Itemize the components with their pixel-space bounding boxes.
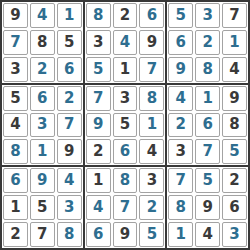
- cell-r7c6[interactable]: 3: [139, 168, 164, 193]
- box-3-1: 694153278: [2, 167, 83, 248]
- cell-r9c1[interactable]: 2: [3, 222, 28, 247]
- cell-r8c4[interactable]: 4: [86, 195, 111, 220]
- cell-r6c2[interactable]: 1: [30, 139, 55, 164]
- cell-r2c5[interactable]: 4: [113, 30, 138, 55]
- cell-r3c4[interactable]: 5: [86, 57, 111, 82]
- cell-r8c5[interactable]: 7: [113, 195, 138, 220]
- cell-r1c8[interactable]: 3: [195, 3, 220, 28]
- cell-r1c2[interactable]: 4: [30, 3, 55, 28]
- cell-r3c2[interactable]: 2: [30, 57, 55, 82]
- cell-r4c1[interactable]: 5: [3, 86, 28, 111]
- box-1-2: 826349517: [85, 2, 166, 83]
- cell-r4c5[interactable]: 3: [113, 86, 138, 111]
- cell-r9c4[interactable]: 6: [86, 222, 111, 247]
- cell-r8c8[interactable]: 9: [195, 195, 220, 220]
- box-2-3: 419268375: [167, 85, 248, 166]
- cell-r1c3[interactable]: 1: [57, 3, 82, 28]
- cell-r8c7[interactable]: 8: [168, 195, 193, 220]
- cell-r6c9[interactable]: 5: [222, 139, 247, 164]
- cell-r7c5[interactable]: 8: [113, 168, 138, 193]
- cell-r4c4[interactable]: 7: [86, 86, 111, 111]
- cell-r8c1[interactable]: 1: [3, 195, 28, 220]
- cell-r4c2[interactable]: 6: [30, 86, 55, 111]
- cell-r4c3[interactable]: 2: [57, 86, 82, 111]
- cell-r6c4[interactable]: 2: [86, 139, 111, 164]
- cell-r5c3[interactable]: 7: [57, 113, 82, 138]
- cell-r4c9[interactable]: 9: [222, 86, 247, 111]
- cell-r2c8[interactable]: 2: [195, 30, 220, 55]
- cell-r7c1[interactable]: 6: [3, 168, 28, 193]
- cell-r1c7[interactable]: 5: [168, 3, 193, 28]
- cell-r9c8[interactable]: 4: [195, 222, 220, 247]
- cell-r8c2[interactable]: 5: [30, 195, 55, 220]
- cell-r2c7[interactable]: 6: [168, 30, 193, 55]
- cell-r3c7[interactable]: 9: [168, 57, 193, 82]
- box-2-1: 562437819: [2, 85, 83, 166]
- cell-r7c9[interactable]: 2: [222, 168, 247, 193]
- box-1-3: 537621984: [167, 2, 248, 83]
- cell-r5c9[interactable]: 8: [222, 113, 247, 138]
- cell-r6c6[interactable]: 4: [139, 139, 164, 164]
- cell-r2c2[interactable]: 8: [30, 30, 55, 55]
- cell-r5c4[interactable]: 9: [86, 113, 111, 138]
- cell-r8c9[interactable]: 6: [222, 195, 247, 220]
- cell-r5c2[interactable]: 3: [30, 113, 55, 138]
- cell-r9c9[interactable]: 3: [222, 222, 247, 247]
- cell-r6c5[interactable]: 6: [113, 139, 138, 164]
- cell-r8c6[interactable]: 2: [139, 195, 164, 220]
- cell-r7c7[interactable]: 7: [168, 168, 193, 193]
- box-2-2: 738951264: [85, 85, 166, 166]
- cell-r9c3[interactable]: 8: [57, 222, 82, 247]
- cell-r6c3[interactable]: 9: [57, 139, 82, 164]
- cell-r2c1[interactable]: 7: [3, 30, 28, 55]
- cell-r4c7[interactable]: 4: [168, 86, 193, 111]
- cell-r1c6[interactable]: 6: [139, 3, 164, 28]
- cell-r6c1[interactable]: 8: [3, 139, 28, 164]
- cell-r3c9[interactable]: 4: [222, 57, 247, 82]
- box-3-2: 183472695: [85, 167, 166, 248]
- cell-r5c8[interactable]: 6: [195, 113, 220, 138]
- cell-r2c9[interactable]: 1: [222, 30, 247, 55]
- cell-r7c8[interactable]: 5: [195, 168, 220, 193]
- cell-r4c8[interactable]: 1: [195, 86, 220, 111]
- cell-r9c5[interactable]: 9: [113, 222, 138, 247]
- cell-r3c6[interactable]: 7: [139, 57, 164, 82]
- cell-r7c4[interactable]: 1: [86, 168, 111, 193]
- cell-r9c2[interactable]: 7: [30, 222, 55, 247]
- cell-r5c1[interactable]: 4: [3, 113, 28, 138]
- cell-r3c1[interactable]: 3: [3, 57, 28, 82]
- cell-r2c6[interactable]: 9: [139, 30, 164, 55]
- cell-r7c2[interactable]: 9: [30, 168, 55, 193]
- cell-r1c1[interactable]: 9: [3, 3, 28, 28]
- sudoku-board: 9417853268263495175376219845624378197389…: [0, 0, 250, 250]
- box-1-1: 941785326: [2, 2, 83, 83]
- cell-r1c4[interactable]: 8: [86, 3, 111, 28]
- cell-r3c5[interactable]: 1: [113, 57, 138, 82]
- cell-r6c7[interactable]: 3: [168, 139, 193, 164]
- cell-r4c6[interactable]: 8: [139, 86, 164, 111]
- cell-r3c8[interactable]: 8: [195, 57, 220, 82]
- cell-r1c9[interactable]: 7: [222, 3, 247, 28]
- cell-r8c3[interactable]: 3: [57, 195, 82, 220]
- cell-r2c4[interactable]: 3: [86, 30, 111, 55]
- cell-r6c8[interactable]: 7: [195, 139, 220, 164]
- cell-r7c3[interactable]: 4: [57, 168, 82, 193]
- cell-r9c6[interactable]: 5: [139, 222, 164, 247]
- cell-r5c7[interactable]: 2: [168, 113, 193, 138]
- cell-r9c7[interactable]: 1: [168, 222, 193, 247]
- cell-r2c3[interactable]: 5: [57, 30, 82, 55]
- cell-r5c6[interactable]: 1: [139, 113, 164, 138]
- cell-r3c3[interactable]: 6: [57, 57, 82, 82]
- cell-r1c5[interactable]: 2: [113, 3, 138, 28]
- cell-r5c5[interactable]: 5: [113, 113, 138, 138]
- box-3-3: 752896143: [167, 167, 248, 248]
